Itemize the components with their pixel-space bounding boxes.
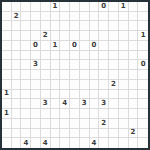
clue-number: 2 — [43, 32, 48, 39]
empty-cell-r11c14[interactable] — [138, 109, 148, 119]
clue-number: 0 — [141, 61, 146, 68]
clue-cell-r12c10: 2 — [99, 119, 109, 129]
clue-cell-r14c2: 4 — [21, 138, 31, 148]
empty-cell-r3c6[interactable] — [60, 31, 70, 41]
empty-cell-r1c5[interactable] — [51, 12, 61, 22]
empty-cell-r2c4[interactable] — [41, 21, 51, 31]
clue-cell-r10c8: 3 — [80, 99, 90, 109]
empty-cell-r14c12[interactable] — [119, 138, 129, 148]
clue-cell-r4c7: 0 — [70, 41, 80, 51]
empty-cell-r3c7[interactable] — [70, 31, 80, 41]
empty-cell-r4c4[interactable] — [41, 41, 51, 51]
empty-cell-r14c1[interactable] — [12, 138, 22, 148]
empty-cell-r10c5[interactable] — [51, 99, 61, 109]
empty-cell-r3c0[interactable] — [2, 31, 12, 41]
clue-number: 4 — [23, 140, 28, 147]
empty-cell-r13c2[interactable] — [21, 129, 31, 139]
empty-cell-r4c0[interactable] — [2, 41, 12, 51]
clue-cell-r8c11: 2 — [109, 80, 119, 90]
empty-cell-r8c10[interactable] — [99, 80, 109, 90]
empty-cell-r11c8[interactable] — [80, 109, 90, 119]
empty-cell-r14c10[interactable] — [99, 138, 109, 148]
clue-cell-r0c12: 1 — [119, 2, 129, 12]
clue-number: 0 — [72, 42, 77, 49]
empty-cell-r7c3[interactable] — [31, 70, 41, 80]
empty-cell-r12c1[interactable] — [12, 119, 22, 129]
clue-number: 1 — [121, 3, 126, 10]
empty-cell-r13c10[interactable] — [99, 129, 109, 139]
empty-cell-r9c1[interactable] — [12, 90, 22, 100]
empty-cell-r0c7[interactable] — [70, 2, 80, 12]
empty-cell-r13c9[interactable] — [90, 129, 100, 139]
empty-cell-r6c1[interactable] — [12, 60, 22, 70]
empty-cell-r0c1[interactable] — [12, 2, 22, 12]
empty-cell-r5c13[interactable] — [129, 51, 139, 61]
empty-cell-r6c5[interactable] — [51, 60, 61, 70]
empty-cell-r13c12[interactable] — [119, 129, 129, 139]
empty-cell-r9c5[interactable] — [51, 90, 61, 100]
clue-number: 1 — [4, 90, 9, 97]
empty-cell-r12c0[interactable] — [2, 119, 12, 129]
empty-cell-r13c4[interactable] — [41, 129, 51, 139]
empty-cell-r6c0[interactable] — [2, 60, 12, 70]
empty-cell-r0c6[interactable] — [60, 2, 70, 12]
empty-cell-r1c0[interactable] — [2, 12, 12, 22]
empty-cell-r9c12[interactable] — [119, 90, 129, 100]
empty-cell-r8c9[interactable] — [90, 80, 100, 90]
clue-cell-r14c4: 4 — [41, 138, 51, 148]
clue-cell-r6c3: 3 — [31, 60, 41, 70]
empty-cell-r0c9[interactable] — [90, 2, 100, 12]
empty-cell-r3c8[interactable] — [80, 31, 90, 41]
empty-cell-r1c3[interactable] — [31, 12, 41, 22]
empty-cell-r8c14[interactable] — [138, 80, 148, 90]
empty-cell-r11c7[interactable] — [70, 109, 80, 119]
empty-cell-r9c6[interactable] — [60, 90, 70, 100]
empty-cell-r9c4[interactable] — [41, 90, 51, 100]
empty-cell-r4c1[interactable] — [12, 41, 22, 51]
empty-cell-r5c11[interactable] — [109, 51, 119, 61]
clue-number: 3 — [43, 100, 48, 107]
empty-cell-r11c6[interactable] — [60, 109, 70, 119]
empty-cell-r1c14[interactable] — [138, 12, 148, 22]
empty-cell-r1c13[interactable] — [129, 12, 139, 22]
empty-cell-r7c2[interactable] — [21, 70, 31, 80]
empty-cell-r11c4[interactable] — [41, 109, 51, 119]
empty-cell-r9c13[interactable] — [129, 90, 139, 100]
empty-cell-r7c13[interactable] — [129, 70, 139, 80]
empty-cell-r2c12[interactable] — [119, 21, 129, 31]
empty-cell-r0c8[interactable] — [80, 2, 90, 12]
empty-cell-r7c8[interactable] — [80, 70, 90, 80]
empty-cell-r9c2[interactable] — [21, 90, 31, 100]
empty-cell-r5c3[interactable] — [31, 51, 41, 61]
clue-number: 4 — [43, 140, 48, 147]
empty-cell-r4c14[interactable] — [138, 41, 148, 51]
puzzle-board: 101221010030213433122444 — [0, 0, 150, 150]
clue-number: 0 — [101, 3, 106, 10]
empty-cell-r13c7[interactable] — [70, 129, 80, 139]
empty-cell-r14c11[interactable] — [109, 138, 119, 148]
empty-cell-r5c6[interactable] — [60, 51, 70, 61]
empty-cell-r11c12[interactable] — [119, 109, 129, 119]
empty-cell-r7c4[interactable] — [41, 70, 51, 80]
clue-cell-r10c6: 4 — [60, 99, 70, 109]
empty-cell-r10c7[interactable] — [70, 99, 80, 109]
clue-cell-r10c4: 3 — [41, 99, 51, 109]
empty-cell-r12c12[interactable] — [119, 119, 129, 129]
clue-number: 2 — [101, 120, 106, 127]
empty-cell-r12c11[interactable] — [109, 119, 119, 129]
clue-number: 4 — [62, 100, 67, 107]
empty-cell-r14c0[interactable] — [2, 138, 12, 148]
empty-cell-r6c12[interactable] — [119, 60, 129, 70]
clue-number: 0 — [92, 42, 97, 49]
empty-cell-r9c10[interactable] — [99, 90, 109, 100]
empty-cell-r5c0[interactable] — [2, 51, 12, 61]
empty-cell-r6c8[interactable] — [80, 60, 90, 70]
empty-cell-r1c4[interactable] — [41, 12, 51, 22]
empty-cell-r8c0[interactable] — [2, 80, 12, 90]
empty-cell-r9c7[interactable] — [70, 90, 80, 100]
empty-cell-r2c10[interactable] — [99, 21, 109, 31]
clue-number: 3 — [101, 100, 106, 107]
empty-cell-r14c6[interactable] — [60, 138, 70, 148]
empty-cell-r6c11[interactable] — [109, 60, 119, 70]
empty-cell-r3c9[interactable] — [90, 31, 100, 41]
empty-cell-r0c4[interactable] — [41, 2, 51, 12]
empty-cell-r10c11[interactable] — [109, 99, 119, 109]
empty-cell-r12c4[interactable] — [41, 119, 51, 129]
clue-cell-r4c9: 0 — [90, 41, 100, 51]
clue-number: 2 — [130, 129, 135, 136]
empty-cell-r13c5[interactable] — [51, 129, 61, 139]
empty-cell-r9c9[interactable] — [90, 90, 100, 100]
empty-cell-r6c10[interactable] — [99, 60, 109, 70]
empty-cell-r12c14[interactable] — [138, 119, 148, 129]
empty-cell-r13c3[interactable] — [31, 129, 41, 139]
empty-cell-r4c6[interactable] — [60, 41, 70, 51]
empty-cell-r8c6[interactable] — [60, 80, 70, 90]
empty-cell-r7c9[interactable] — [90, 70, 100, 80]
empty-cell-r1c9[interactable] — [90, 12, 100, 22]
empty-cell-r12c2[interactable] — [21, 119, 31, 129]
empty-cell-r12c6[interactable] — [60, 119, 70, 129]
clue-number: 3 — [33, 61, 38, 68]
empty-cell-r11c1[interactable] — [12, 109, 22, 119]
empty-cell-r1c7[interactable] — [70, 12, 80, 22]
empty-cell-r5c4[interactable] — [41, 51, 51, 61]
empty-cell-r6c9[interactable] — [90, 60, 100, 70]
empty-cell-r8c8[interactable] — [80, 80, 90, 90]
empty-cell-r2c7[interactable] — [70, 21, 80, 31]
empty-cell-r12c13[interactable] — [129, 119, 139, 129]
clue-cell-r3c4: 2 — [41, 31, 51, 41]
empty-cell-r8c13[interactable] — [129, 80, 139, 90]
empty-cell-r7c0[interactable] — [2, 70, 12, 80]
empty-cell-r1c11[interactable] — [109, 12, 119, 22]
empty-cell-r4c13[interactable] — [129, 41, 139, 51]
empty-cell-r6c2[interactable] — [21, 60, 31, 70]
empty-cell-r8c2[interactable] — [21, 80, 31, 90]
empty-cell-r10c13[interactable] — [129, 99, 139, 109]
empty-cell-r14c8[interactable] — [80, 138, 90, 148]
empty-cell-r6c7[interactable] — [70, 60, 80, 70]
empty-cell-r2c1[interactable] — [12, 21, 22, 31]
empty-cell-r12c3[interactable] — [31, 119, 41, 129]
empty-cell-r1c10[interactable] — [99, 12, 109, 22]
empty-cell-r6c13[interactable] — [129, 60, 139, 70]
empty-cell-r4c12[interactable] — [119, 41, 129, 51]
empty-cell-r7c10[interactable] — [99, 70, 109, 80]
clue-cell-r1c1: 2 — [12, 12, 22, 22]
empty-cell-r12c8[interactable] — [80, 119, 90, 129]
empty-cell-r10c14[interactable] — [138, 99, 148, 109]
empty-cell-r0c11[interactable] — [109, 2, 119, 12]
empty-cell-r7c14[interactable] — [138, 70, 148, 80]
empty-cell-r0c2[interactable] — [21, 2, 31, 12]
empty-cell-r3c1[interactable] — [12, 31, 22, 41]
empty-cell-r9c14[interactable] — [138, 90, 148, 100]
empty-cell-r5c5[interactable] — [51, 51, 61, 61]
empty-cell-r12c9[interactable] — [90, 119, 100, 129]
empty-cell-r4c10[interactable] — [99, 41, 109, 51]
empty-cell-r14c7[interactable] — [70, 138, 80, 148]
clue-number: 2 — [14, 13, 19, 20]
empty-cell-r10c0[interactable] — [2, 99, 12, 109]
empty-cell-r6c4[interactable] — [41, 60, 51, 70]
empty-cell-r13c14[interactable] — [138, 129, 148, 139]
empty-cell-r14c13[interactable] — [129, 138, 139, 148]
empty-cell-r8c3[interactable] — [31, 80, 41, 90]
empty-cell-r11c2[interactable] — [21, 109, 31, 119]
empty-cell-r13c8[interactable] — [80, 129, 90, 139]
empty-cell-r2c11[interactable] — [109, 21, 119, 31]
empty-cell-r11c5[interactable] — [51, 109, 61, 119]
clue-cell-r11c0: 1 — [2, 109, 12, 119]
empty-cell-r10c1[interactable] — [12, 99, 22, 109]
empty-cell-r7c12[interactable] — [119, 70, 129, 80]
empty-cell-r8c7[interactable] — [70, 80, 80, 90]
empty-cell-r2c9[interactable] — [90, 21, 100, 31]
empty-cell-r11c10[interactable] — [99, 109, 109, 119]
empty-cell-r1c6[interactable] — [60, 12, 70, 22]
empty-cell-r9c3[interactable] — [31, 90, 41, 100]
empty-cell-r1c2[interactable] — [21, 12, 31, 22]
empty-cell-r3c11[interactable] — [109, 31, 119, 41]
empty-cell-r12c5[interactable] — [51, 119, 61, 129]
empty-cell-r7c1[interactable] — [12, 70, 22, 80]
empty-cell-r8c12[interactable] — [119, 80, 129, 90]
clue-number: 1 — [53, 42, 58, 49]
empty-cell-r11c3[interactable] — [31, 109, 41, 119]
empty-cell-r3c13[interactable] — [129, 31, 139, 41]
empty-cell-r1c8[interactable] — [80, 12, 90, 22]
empty-cell-r9c11[interactable] — [109, 90, 119, 100]
empty-cell-r5c9[interactable] — [90, 51, 100, 61]
empty-cell-r2c14[interactable] — [138, 21, 148, 31]
empty-cell-r7c11[interactable] — [109, 70, 119, 80]
empty-cell-r11c13[interactable] — [129, 109, 139, 119]
clue-cell-r6c14: 0 — [138, 60, 148, 70]
empty-cell-r5c14[interactable] — [138, 51, 148, 61]
empty-cell-r7c5[interactable] — [51, 70, 61, 80]
empty-cell-r2c6[interactable] — [60, 21, 70, 31]
empty-cell-r2c2[interactable] — [21, 21, 31, 31]
empty-cell-r8c1[interactable] — [12, 80, 22, 90]
empty-cell-r14c14[interactable] — [138, 138, 148, 148]
empty-cell-r0c3[interactable] — [31, 2, 41, 12]
clue-number: 1 — [141, 32, 146, 39]
empty-cell-r5c12[interactable] — [119, 51, 129, 61]
empty-cell-r1c12[interactable] — [119, 12, 129, 22]
empty-cell-r8c4[interactable] — [41, 80, 51, 90]
clue-cell-r4c3: 0 — [31, 41, 41, 51]
empty-cell-r9c8[interactable] — [80, 90, 90, 100]
puzzle-thumbnail: 101221010030213433122444 — [0, 0, 150, 150]
empty-cell-r0c14[interactable] — [138, 2, 148, 12]
empty-cell-r4c2[interactable] — [21, 41, 31, 51]
empty-cell-r5c1[interactable] — [12, 51, 22, 61]
empty-cell-r0c0[interactable] — [2, 2, 12, 12]
empty-cell-r13c11[interactable] — [109, 129, 119, 139]
clue-cell-r4c5: 1 — [51, 41, 61, 51]
empty-cell-r10c12[interactable] — [119, 99, 129, 109]
empty-cell-r0c13[interactable] — [129, 2, 139, 12]
empty-cell-r10c3[interactable] — [31, 99, 41, 109]
clue-cell-r10c10: 3 — [99, 99, 109, 109]
clue-number: 2 — [111, 81, 116, 88]
empty-cell-r2c5[interactable] — [51, 21, 61, 31]
clue-cell-r13c13: 2 — [129, 129, 139, 139]
empty-cell-r8c5[interactable] — [51, 80, 61, 90]
empty-cell-r3c3[interactable] — [31, 31, 41, 41]
empty-cell-r5c7[interactable] — [70, 51, 80, 61]
empty-cell-r2c13[interactable] — [129, 21, 139, 31]
empty-cell-r4c11[interactable] — [109, 41, 119, 51]
empty-cell-r7c6[interactable] — [60, 70, 70, 80]
empty-cell-r11c11[interactable] — [109, 109, 119, 119]
empty-cell-r10c2[interactable] — [21, 99, 31, 109]
empty-cell-r14c3[interactable] — [31, 138, 41, 148]
empty-cell-r13c6[interactable] — [60, 129, 70, 139]
empty-cell-r5c8[interactable] — [80, 51, 90, 61]
empty-cell-r13c0[interactable] — [2, 129, 12, 139]
empty-cell-r6c6[interactable] — [60, 60, 70, 70]
clue-cell-r9c0: 1 — [2, 90, 12, 100]
clue-cell-r3c14: 1 — [138, 31, 148, 41]
clue-cell-r0c10: 0 — [99, 2, 109, 12]
clue-number: 1 — [53, 3, 58, 10]
empty-cell-r4c8[interactable] — [80, 41, 90, 51]
empty-cell-r3c10[interactable] — [99, 31, 109, 41]
clue-number: 4 — [92, 140, 97, 147]
empty-cell-r14c5[interactable] — [51, 138, 61, 148]
empty-cell-r3c2[interactable] — [21, 31, 31, 41]
clue-number: 1 — [4, 110, 9, 117]
empty-cell-r5c2[interactable] — [21, 51, 31, 61]
empty-cell-r2c8[interactable] — [80, 21, 90, 31]
clue-cell-r0c5: 1 — [51, 2, 61, 12]
empty-cell-r2c3[interactable] — [31, 21, 41, 31]
empty-cell-r10c9[interactable] — [90, 99, 100, 109]
empty-cell-r2c0[interactable] — [2, 21, 12, 31]
empty-cell-r12c7[interactable] — [70, 119, 80, 129]
empty-cell-r3c12[interactable] — [119, 31, 129, 41]
clue-cell-r14c9: 4 — [90, 138, 100, 148]
empty-cell-r3c5[interactable] — [51, 31, 61, 41]
empty-cell-r5c10[interactable] — [99, 51, 109, 61]
empty-cell-r7c7[interactable] — [70, 70, 80, 80]
empty-cell-r11c9[interactable] — [90, 109, 100, 119]
clue-number: 0 — [33, 42, 38, 49]
empty-cell-r13c1[interactable] — [12, 129, 22, 139]
clue-number: 3 — [82, 100, 87, 107]
